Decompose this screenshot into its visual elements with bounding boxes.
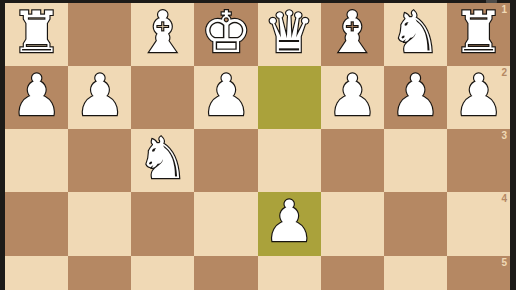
square-b3[interactable] [384,129,447,192]
white-queen: ♛ [264,3,315,64]
square-h3[interactable] [5,129,68,192]
rank-label-2: 2 [501,68,507,78]
white-pawn: ♟ [74,64,125,127]
square-c2[interactable]: ♟ [321,66,384,129]
square-a2[interactable]: ♟2 [447,66,510,129]
rank-label-4: 4 [501,194,507,204]
square-f5[interactable] [131,256,194,290]
square-h5[interactable] [5,256,68,290]
square-f4[interactable] [131,192,194,255]
square-e5[interactable] [194,256,257,290]
chess-board: ♜♝♚♛♝♞♜1♟♟♟♟♟♟2♞3♟45 [5,3,510,290]
square-f3[interactable]: ♞ [131,129,194,192]
square-d1[interactable]: ♛ [258,3,321,66]
square-f1[interactable]: ♝ [131,3,194,66]
square-d3[interactable] [258,129,321,192]
square-c4[interactable] [321,192,384,255]
square-e4[interactable] [194,192,257,255]
rank-label-1: 1 [501,5,507,15]
square-h4[interactable] [5,192,68,255]
square-a3[interactable]: 3 [447,129,510,192]
square-a5[interactable]: 5 [447,256,510,290]
square-e2[interactable]: ♟ [194,66,257,129]
square-c5[interactable] [321,256,384,290]
white-knight: ♞ [137,127,188,190]
white-pawn: ♟ [11,64,62,127]
page-background: { "game": "chess", "app": { "background_… [0,0,516,290]
square-c1[interactable]: ♝ [321,3,384,66]
square-e3[interactable] [194,129,257,192]
white-pawn: ♟ [327,64,378,127]
square-g5[interactable] [68,256,131,290]
square-g1[interactable] [68,3,131,66]
square-g3[interactable] [68,129,131,192]
square-f2[interactable] [131,66,194,129]
square-e1[interactable]: ♚ [194,3,257,66]
square-d2[interactable] [258,66,321,129]
white-king: ♚ [200,3,251,64]
square-a4[interactable]: 4 [447,192,510,255]
white-pawn: ♟ [453,64,504,127]
rank-label-3: 3 [501,131,507,141]
square-b4[interactable] [384,192,447,255]
square-c3[interactable] [321,129,384,192]
white-knight: ♞ [390,3,441,64]
white-pawn: ♟ [200,64,251,127]
white-bishop: ♝ [327,3,378,64]
square-b1[interactable]: ♞ [384,3,447,66]
square-g4[interactable] [68,192,131,255]
square-h1[interactable]: ♜ [5,3,68,66]
square-d5[interactable] [258,256,321,290]
white-pawn: ♟ [264,190,315,253]
square-d4[interactable]: ♟ [258,192,321,255]
square-b2[interactable]: ♟ [384,66,447,129]
white-rook: ♜ [11,3,62,64]
board-viewport: ♜♝♚♛♝♞♜1♟♟♟♟♟♟2♞3♟45 [5,3,510,290]
white-pawn: ♟ [390,64,441,127]
square-h2[interactable]: ♟ [5,66,68,129]
white-bishop: ♝ [137,3,188,64]
rank-label-5: 5 [501,258,507,268]
square-b5[interactable] [384,256,447,290]
white-rook: ♜ [453,3,504,64]
square-a1[interactable]: ♜1 [447,3,510,66]
square-g2[interactable]: ♟ [68,66,131,129]
